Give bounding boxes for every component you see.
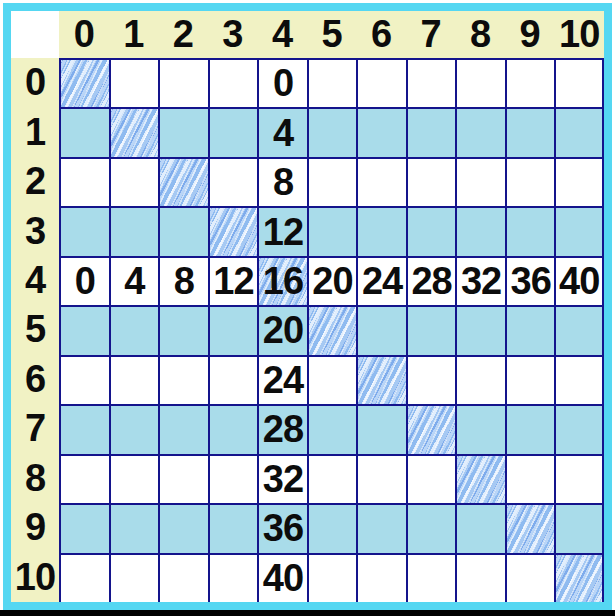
cell-r1c2[interactable] [158,107,208,156]
cell-r4c2[interactable]: 8 [158,256,208,305]
cell-r6c10[interactable] [554,355,604,404]
col-header-0: 0 [59,11,109,58]
cell-r2c10[interactable] [554,157,604,206]
cell-r8c2[interactable] [158,454,208,503]
cell-r4c10[interactable]: 40 [554,256,604,305]
cell-r3c9[interactable] [505,206,555,255]
cell-r9c3[interactable] [208,503,258,552]
cell-r1c7[interactable] [406,107,456,156]
cell-r5c10[interactable] [554,305,604,354]
cell-r5c7[interactable] [406,305,456,354]
cell-r0c1[interactable] [109,58,159,107]
cell-r6c4[interactable]: 24 [257,355,307,404]
cell-r8c4[interactable]: 32 [257,454,307,503]
cell-r0c5[interactable] [307,58,357,107]
cell-r9c9[interactable] [505,503,555,552]
cell-r8c7[interactable] [406,454,456,503]
cell-r0c8[interactable] [455,58,505,107]
cell-r3c7[interactable] [406,206,456,255]
cell-r1c1[interactable] [109,107,159,156]
cell-r6c2[interactable] [158,355,208,404]
col-header-4: 4 [257,11,307,58]
col-header-7: 7 [406,11,456,58]
cell-r1c10[interactable] [554,107,604,156]
cell-r0c7[interactable] [406,58,456,107]
cell-r6c8[interactable] [455,355,505,404]
cell-r2c4[interactable]: 8 [257,157,307,206]
cell-r5c4[interactable]: 20 [257,305,307,354]
cell-r9c4[interactable]: 36 [257,503,307,552]
cell-r4c5[interactable]: 20 [307,256,357,305]
row-header-0: 0 [11,58,59,107]
cell-r8c9[interactable] [505,454,555,503]
cell-r8c10[interactable] [554,454,604,503]
cell-r7c7[interactable] [406,404,456,453]
cell-r3c3[interactable] [208,206,258,255]
cell-r6c1[interactable] [109,355,159,404]
cell-r9c10[interactable] [554,503,604,552]
col-header-3: 3 [208,11,258,58]
cell-r5c0[interactable] [59,305,109,354]
cell-r10c9[interactable] [505,553,555,602]
cell-r4c4[interactable]: 16 [257,256,307,305]
cell-r5c1[interactable] [109,305,159,354]
cell-r2c1[interactable] [109,157,159,206]
cell-r5c9[interactable] [505,305,555,354]
cell-r6c6[interactable] [356,355,406,404]
cell-r0c2[interactable] [158,58,208,107]
cell-r7c10[interactable] [554,404,604,453]
col-header-2: 2 [158,11,208,58]
cell-r2c3[interactable] [208,157,258,206]
cell-r7c9[interactable] [505,404,555,453]
row-header-9: 9 [11,503,59,552]
cell-r10c3[interactable] [208,553,258,602]
bottom-black-bar [0,610,615,616]
cell-r5c8[interactable] [455,305,505,354]
row-header-5: 5 [11,305,59,354]
cell-r4c6[interactable]: 24 [356,256,406,305]
cell-r1c6[interactable] [356,107,406,156]
cell-r5c6[interactable] [356,305,406,354]
row-header-6: 6 [11,355,59,404]
cell-r6c9[interactable] [505,355,555,404]
cell-r5c3[interactable] [208,305,258,354]
cell-r10c7[interactable] [406,553,456,602]
cell-r0c3[interactable] [208,58,258,107]
cell-r10c1[interactable] [109,553,159,602]
cell-r9c5[interactable] [307,503,357,552]
row-header-1: 1 [11,107,59,156]
cell-r7c6[interactable] [356,404,406,453]
cell-r1c9[interactable] [505,107,555,156]
cell-r8c5[interactable] [307,454,357,503]
cell-r10c2[interactable] [158,553,208,602]
cell-r7c8[interactable] [455,404,505,453]
row-header-4: 4 [11,256,59,305]
cell-r1c8[interactable] [455,107,505,156]
cell-r2c7[interactable] [406,157,456,206]
cell-r4c9[interactable]: 36 [505,256,555,305]
cell-r9c2[interactable] [158,503,208,552]
cell-r4c7[interactable]: 28 [406,256,456,305]
cell-r10c4[interactable]: 40 [257,553,307,602]
cell-r7c3[interactable] [208,404,258,453]
cell-r1c3[interactable] [208,107,258,156]
table-frame: 0123456789100014283124048121620242832364… [3,3,612,610]
cell-r3c1[interactable] [109,206,159,255]
col-header-5: 5 [307,11,357,58]
cell-r3c8[interactable] [455,206,505,255]
col-header-8: 8 [455,11,505,58]
cell-r0c0[interactable] [59,58,109,107]
cell-r9c6[interactable] [356,503,406,552]
cell-r3c0[interactable] [59,206,109,255]
cell-r7c1[interactable] [109,404,159,453]
cell-r6c7[interactable] [406,355,456,404]
cell-r3c5[interactable] [307,206,357,255]
cell-r9c8[interactable] [455,503,505,552]
row-header-2: 2 [11,157,59,206]
cell-r5c2[interactable] [158,305,208,354]
cell-r9c7[interactable] [406,503,456,552]
cell-r7c4[interactable]: 28 [257,404,307,453]
cell-r2c9[interactable] [505,157,555,206]
row-header-8: 8 [11,454,59,503]
cell-r3c6[interactable] [356,206,406,255]
row-header-7: 7 [11,404,59,453]
col-header-10: 10 [554,11,604,58]
row-header-3: 3 [11,206,59,255]
cell-r3c10[interactable] [554,206,604,255]
cell-r9c1[interactable] [109,503,159,552]
cell-r5c5[interactable] [307,305,357,354]
cell-r3c4[interactable]: 12 [257,206,307,255]
cell-r8c1[interactable] [109,454,159,503]
cell-r6c3[interactable] [208,355,258,404]
cell-r3c2[interactable] [158,206,208,255]
cell-r1c5[interactable] [307,107,357,156]
cell-r9c0[interactable] [59,503,109,552]
cell-r8c8[interactable] [455,454,505,503]
cell-r8c0[interactable] [59,454,109,503]
cell-r7c5[interactable] [307,404,357,453]
cell-r0c4[interactable]: 0 [257,58,307,107]
cell-r7c0[interactable] [59,404,109,453]
cell-r4c3[interactable]: 12 [208,256,258,305]
cell-r4c1[interactable]: 4 [109,256,159,305]
col-header-1: 1 [109,11,159,58]
cell-r10c6[interactable] [356,553,406,602]
row-header-10: 10 [11,553,59,602]
col-header-9: 9 [505,11,555,58]
col-header-6: 6 [356,11,406,58]
cell-r2c2[interactable] [158,157,208,206]
cell-r2c8[interactable] [455,157,505,206]
cell-r7c2[interactable] [158,404,208,453]
cell-r6c5[interactable] [307,355,357,404]
multiplication-grid: 0123456789100014283124048121620242832364… [11,11,604,602]
cell-r2c5[interactable] [307,157,357,206]
cell-r0c9[interactable] [505,58,555,107]
cell-r1c0[interactable] [59,107,109,156]
cell-r0c6[interactable] [356,58,406,107]
cell-r10c8[interactable] [455,553,505,602]
corner-cell [11,11,59,58]
cell-r4c8[interactable]: 32 [455,256,505,305]
cell-r1c4[interactable]: 4 [257,107,307,156]
cell-r4c0[interactable]: 0 [59,256,109,305]
cell-r2c6[interactable] [356,157,406,206]
cell-r10c10[interactable] [554,553,604,602]
cell-r0c10[interactable] [554,58,604,107]
cell-r10c5[interactable] [307,553,357,602]
cell-r8c3[interactable] [208,454,258,503]
cell-r10c0[interactable] [59,553,109,602]
cell-r2c0[interactable] [59,157,109,206]
cell-r8c6[interactable] [356,454,406,503]
cell-r6c0[interactable] [59,355,109,404]
